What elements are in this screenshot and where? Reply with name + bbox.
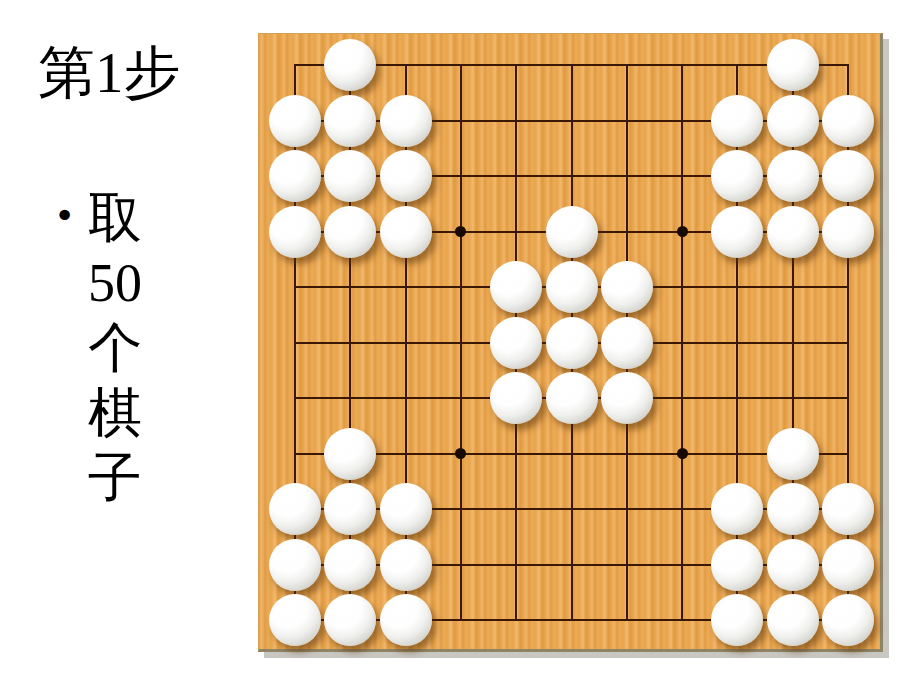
white-stone: [767, 539, 819, 591]
white-stone: [601, 317, 653, 369]
white-stone: [490, 261, 542, 313]
white-stone: [324, 150, 376, 202]
white-stone: [380, 150, 432, 202]
white-stone: [546, 372, 598, 424]
bullet-text-line: 棋: [88, 381, 142, 446]
bullet-icon: •: [54, 186, 76, 246]
white-stone: [269, 95, 321, 147]
bullet-text: 取50个棋子: [88, 186, 142, 511]
white-stone: [822, 539, 874, 591]
star-point: [677, 448, 688, 459]
white-stone: [324, 539, 376, 591]
white-stone: [767, 39, 819, 91]
go-board: [258, 33, 883, 652]
white-stone: [767, 206, 819, 258]
bullet-text-line: 子: [88, 446, 142, 511]
white-stone: [269, 206, 321, 258]
white-stone: [490, 317, 542, 369]
grid-line-vertical: [792, 64, 794, 621]
grid-line-horizontal: [294, 453, 849, 455]
white-stone: [269, 150, 321, 202]
grid-line-horizontal: [294, 508, 849, 510]
star-point: [677, 226, 688, 237]
white-stone: [711, 539, 763, 591]
white-stone: [380, 483, 432, 535]
white-stone: [269, 539, 321, 591]
star-point: [455, 226, 466, 237]
white-stone: [822, 594, 874, 646]
grid-line-vertical: [681, 64, 683, 621]
white-stone: [767, 150, 819, 202]
bullet-item: • 取50个棋子: [54, 186, 142, 511]
bullet-text-line: 取: [88, 186, 142, 251]
white-stone: [324, 594, 376, 646]
white-stone: [269, 483, 321, 535]
white-stone: [380, 206, 432, 258]
white-stone: [380, 539, 432, 591]
white-stone: [380, 594, 432, 646]
bullet-text-line: 50: [88, 251, 142, 316]
white-stone: [324, 95, 376, 147]
white-stone: [822, 206, 874, 258]
white-stone: [324, 428, 376, 480]
white-stone: [601, 261, 653, 313]
white-stone: [822, 95, 874, 147]
step-heading: 第1步: [38, 42, 181, 105]
white-stone: [767, 95, 819, 147]
white-stone: [380, 95, 432, 147]
white-stone: [711, 150, 763, 202]
white-stone: [490, 372, 542, 424]
white-stone: [767, 428, 819, 480]
star-point: [455, 448, 466, 459]
white-stone: [711, 206, 763, 258]
white-stone: [324, 483, 376, 535]
grid-line-vertical: [847, 64, 849, 621]
white-stone: [601, 372, 653, 424]
white-stone: [822, 150, 874, 202]
white-stone: [324, 39, 376, 91]
grid-line-horizontal: [294, 564, 849, 566]
grid-line-horizontal: [294, 619, 849, 621]
white-stone: [546, 317, 598, 369]
grid-line-vertical: [736, 64, 738, 621]
white-stone: [767, 483, 819, 535]
white-stone: [822, 483, 874, 535]
white-stone: [546, 261, 598, 313]
bullet-text-line: 个: [88, 316, 142, 381]
white-stone: [767, 594, 819, 646]
white-stone: [711, 594, 763, 646]
white-stone: [324, 206, 376, 258]
white-stone: [546, 206, 598, 258]
white-stone: [711, 483, 763, 535]
white-stone: [269, 594, 321, 646]
white-stone: [711, 95, 763, 147]
